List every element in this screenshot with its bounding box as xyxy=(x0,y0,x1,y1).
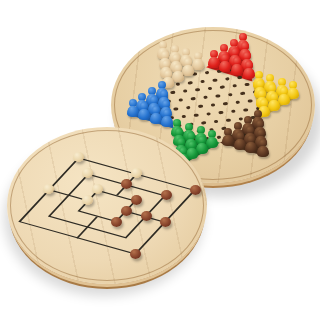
morris-piece-dark[interactable] xyxy=(121,206,132,216)
morris-piece-light[interactable] xyxy=(131,168,142,178)
peg-blue[interactable] xyxy=(138,102,150,120)
peg-body xyxy=(219,61,231,72)
morris-piece-dark[interactable] xyxy=(161,190,172,200)
peg-blue[interactable] xyxy=(150,106,162,124)
peg-brown[interactable] xyxy=(234,132,246,150)
peg-body xyxy=(208,57,220,68)
morris-piece-dark[interactable] xyxy=(160,217,171,227)
peg-brown[interactable] xyxy=(245,135,257,153)
morris-piece-dark[interactable] xyxy=(130,249,141,259)
morris-pieces-layer xyxy=(7,127,207,284)
morris-piece-light[interactable] xyxy=(82,195,93,205)
morris-piece-light[interactable] xyxy=(43,184,54,194)
peg-body xyxy=(150,113,162,124)
morris-piece-light[interactable] xyxy=(92,184,103,194)
peg-body xyxy=(127,106,139,117)
morris-piece-light[interactable] xyxy=(82,168,93,178)
peg-red[interactable] xyxy=(208,50,220,68)
morris-piece-dark[interactable] xyxy=(190,185,201,195)
peg-body xyxy=(231,64,243,75)
nine-mens-morris-board xyxy=(7,127,207,284)
morris-piece-dark[interactable] xyxy=(131,195,142,205)
peg-brown[interactable] xyxy=(222,128,234,146)
peg-red[interactable] xyxy=(231,57,243,75)
morris-piece-dark[interactable] xyxy=(121,179,132,189)
morris-piece-light[interactable] xyxy=(73,152,84,162)
peg-body xyxy=(234,139,246,150)
product-photo-scene xyxy=(0,0,320,320)
morris-piece-dark[interactable] xyxy=(141,211,152,221)
peg-body xyxy=(222,135,234,146)
peg-body xyxy=(257,146,269,157)
morris-piece-dark[interactable] xyxy=(111,217,122,227)
peg-body xyxy=(245,142,257,153)
peg-brown[interactable] xyxy=(257,139,269,157)
peg-red[interactable] xyxy=(219,54,231,72)
peg-blue[interactable] xyxy=(127,99,139,117)
peg-body xyxy=(138,109,150,120)
